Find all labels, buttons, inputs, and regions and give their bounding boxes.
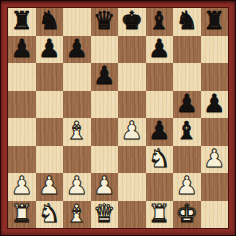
piece-black-pawn[interactable]: ♟: [11, 36, 33, 61]
piece-black-pawn[interactable]: ♟: [148, 36, 170, 61]
piece-black-knight[interactable]: ♞: [38, 8, 60, 33]
piece-white-rook[interactable]: ♜: [148, 201, 170, 226]
piece-black-rook[interactable]: ♜: [11, 8, 33, 33]
square-c5[interactable]: [63, 91, 91, 119]
square-c1[interactable]: ♝: [63, 201, 91, 229]
square-f6[interactable]: [146, 63, 174, 91]
square-h2[interactable]: [201, 173, 229, 201]
square-g8[interactable]: ♞: [173, 8, 201, 36]
square-c8[interactable]: [63, 8, 91, 36]
square-d5[interactable]: [91, 91, 119, 119]
piece-white-knight[interactable]: ♞: [38, 201, 60, 226]
square-e7[interactable]: [118, 36, 146, 64]
square-g3[interactable]: [173, 146, 201, 174]
chess-board: ♜♞♛♚♝♞♜♟♟♟♟♟♟♟♝♟♟♝♞♟♟♟♟♟♟♜♞♝♛♜♚: [8, 8, 228, 228]
square-g5[interactable]: ♟: [173, 91, 201, 119]
square-c2[interactable]: ♟: [63, 173, 91, 201]
square-d1[interactable]: ♛: [91, 201, 119, 229]
square-g6[interactable]: [173, 63, 201, 91]
piece-white-queen[interactable]: ♛: [93, 201, 115, 226]
square-a4[interactable]: [8, 118, 36, 146]
square-b3[interactable]: [36, 146, 64, 174]
square-e1[interactable]: [118, 201, 146, 229]
square-a8[interactable]: ♜: [8, 8, 36, 36]
square-b4[interactable]: [36, 118, 64, 146]
square-h7[interactable]: [201, 36, 229, 64]
square-a1[interactable]: ♜: [8, 201, 36, 229]
square-b5[interactable]: [36, 91, 64, 119]
square-b8[interactable]: ♞: [36, 8, 64, 36]
square-f2[interactable]: [146, 173, 174, 201]
square-h4[interactable]: [201, 118, 229, 146]
piece-white-pawn[interactable]: ♟: [121, 118, 143, 143]
piece-black-queen[interactable]: ♛: [93, 8, 115, 33]
square-g2[interactable]: ♟: [173, 173, 201, 201]
piece-white-bishop[interactable]: ♝: [66, 201, 88, 226]
piece-white-pawn[interactable]: ♟: [11, 173, 33, 198]
square-b2[interactable]: ♟: [36, 173, 64, 201]
square-h3[interactable]: ♟: [201, 146, 229, 174]
square-f4[interactable]: ♟: [146, 118, 174, 146]
square-e3[interactable]: [118, 146, 146, 174]
piece-black-pawn[interactable]: ♟: [176, 91, 198, 116]
piece-black-pawn[interactable]: ♟: [203, 91, 225, 116]
square-f8[interactable]: ♝: [146, 8, 174, 36]
square-e8[interactable]: ♚: [118, 8, 146, 36]
piece-black-bishop[interactable]: ♝: [176, 118, 198, 143]
square-g4[interactable]: ♝: [173, 118, 201, 146]
square-c6[interactable]: [63, 63, 91, 91]
piece-black-knight[interactable]: ♞: [176, 8, 198, 33]
square-c3[interactable]: [63, 146, 91, 174]
square-d7[interactable]: [91, 36, 119, 64]
square-a7[interactable]: ♟: [8, 36, 36, 64]
square-f7[interactable]: ♟: [146, 36, 174, 64]
square-g1[interactable]: ♚: [173, 201, 201, 229]
piece-black-king[interactable]: ♚: [121, 8, 143, 33]
board-frame: ♜♞♛♚♝♞♜♟♟♟♟♟♟♟♝♟♟♝♞♟♟♟♟♟♟♜♞♝♛♜♚: [0, 0, 236, 236]
piece-black-pawn[interactable]: ♟: [148, 118, 170, 143]
piece-black-pawn[interactable]: ♟: [66, 36, 88, 61]
piece-white-pawn[interactable]: ♟: [38, 173, 60, 198]
square-b6[interactable]: [36, 63, 64, 91]
piece-white-pawn[interactable]: ♟: [203, 146, 225, 171]
square-b7[interactable]: ♟: [36, 36, 64, 64]
square-h1[interactable]: [201, 201, 229, 229]
square-e6[interactable]: [118, 63, 146, 91]
square-a3[interactable]: [8, 146, 36, 174]
piece-white-bishop[interactable]: ♝: [66, 118, 88, 143]
square-c4[interactable]: ♝: [63, 118, 91, 146]
square-h6[interactable]: [201, 63, 229, 91]
square-f5[interactable]: [146, 91, 174, 119]
square-f3[interactable]: ♞: [146, 146, 174, 174]
square-d4[interactable]: [91, 118, 119, 146]
square-h8[interactable]: ♜: [201, 8, 229, 36]
square-g7[interactable]: [173, 36, 201, 64]
piece-black-bishop[interactable]: ♝: [148, 8, 170, 33]
square-d2[interactable]: ♟: [91, 173, 119, 201]
square-c7[interactable]: ♟: [63, 36, 91, 64]
piece-white-king[interactable]: ♚: [176, 201, 198, 226]
piece-white-rook[interactable]: ♜: [11, 201, 33, 226]
piece-white-pawn[interactable]: ♟: [93, 173, 115, 198]
square-d6[interactable]: ♟: [91, 63, 119, 91]
square-d8[interactable]: ♛: [91, 8, 119, 36]
square-h5[interactable]: ♟: [201, 91, 229, 119]
square-f1[interactable]: ♜: [146, 201, 174, 229]
square-a6[interactable]: [8, 63, 36, 91]
square-e5[interactable]: [118, 91, 146, 119]
square-d3[interactable]: [91, 146, 119, 174]
square-e2[interactable]: [118, 173, 146, 201]
square-a5[interactable]: [8, 91, 36, 119]
square-e4[interactable]: ♟: [118, 118, 146, 146]
piece-white-pawn[interactable]: ♟: [176, 173, 198, 198]
square-a2[interactable]: ♟: [8, 173, 36, 201]
square-b1[interactable]: ♞: [36, 201, 64, 229]
piece-black-pawn[interactable]: ♟: [93, 63, 115, 88]
piece-white-knight[interactable]: ♞: [148, 146, 170, 171]
piece-black-pawn[interactable]: ♟: [38, 36, 60, 61]
piece-black-rook[interactable]: ♜: [203, 8, 225, 33]
piece-white-pawn[interactable]: ♟: [66, 173, 88, 198]
